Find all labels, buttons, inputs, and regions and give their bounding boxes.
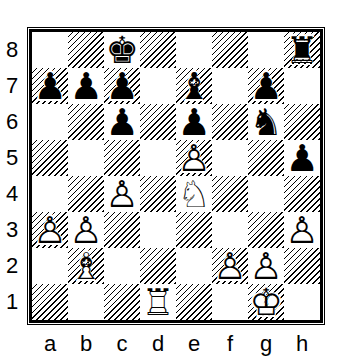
piece-black-pawn[interactable]: ♟ [248, 68, 284, 104]
rank-label-4: 4 [0, 176, 24, 212]
piece-black-bishop[interactable]: ♝ [176, 68, 212, 104]
square-g5[interactable] [248, 140, 284, 176]
square-c2[interactable] [104, 248, 140, 284]
piece-white-pawn[interactable]: ♙ [104, 176, 140, 212]
piece-white-pawn[interactable]: ♙ [212, 248, 248, 284]
square-b8[interactable] [68, 32, 104, 68]
piece-black-king[interactable]: ♚ [104, 32, 140, 68]
square-c3[interactable] [104, 212, 140, 248]
square-e2[interactable] [176, 248, 212, 284]
board-frame: ♚♚♚♜♜♜♟♟♟♟♟♟♟♟♟♝♝♝♟♟♟♟♟♟♟♟♟♞♞♞♟♟♙♟♟♟♟♟♙♞… [27, 27, 325, 325]
piece-black-pawn[interactable]: ♟ [284, 140, 320, 176]
rank-label-8: 8 [0, 32, 24, 68]
square-f6[interactable] [212, 104, 248, 140]
piece-black-pawn[interactable]: ♟ [104, 68, 140, 104]
file-label-g: g [248, 330, 284, 358]
square-g7[interactable]: ♟♟♟ [248, 68, 284, 104]
square-a8[interactable] [32, 32, 68, 68]
rank-label-6: 6 [0, 104, 24, 140]
square-d4[interactable] [140, 176, 176, 212]
piece-black-pawn[interactable]: ♟ [104, 104, 140, 140]
square-c4[interactable]: ♟♟♙ [104, 176, 140, 212]
square-a4[interactable] [32, 176, 68, 212]
square-c8[interactable]: ♚♚♚ [104, 32, 140, 68]
piece-white-pawn[interactable]: ♙ [176, 140, 212, 176]
square-d6[interactable] [140, 104, 176, 140]
square-b5[interactable] [68, 140, 104, 176]
square-g4[interactable] [248, 176, 284, 212]
piece-white-pawn[interactable]: ♙ [284, 212, 320, 248]
rank-label-5: 5 [0, 140, 24, 176]
square-e7[interactable]: ♝♝♝ [176, 68, 212, 104]
square-h5[interactable]: ♟♟♟ [284, 140, 320, 176]
square-e3[interactable] [176, 212, 212, 248]
square-d8[interactable] [140, 32, 176, 68]
square-f8[interactable] [212, 32, 248, 68]
square-f7[interactable] [212, 68, 248, 104]
piece-white-bishop[interactable]: ♗ [68, 248, 104, 284]
piece-black-pawn[interactable]: ♟ [68, 68, 104, 104]
file-labels: abcdefgh [32, 330, 320, 358]
chess-diagram: 87654321 ♚♚♚♜♜♜♟♟♟♟♟♟♟♟♟♝♝♝♟♟♟♟♟♟♟♟♟♞♞♞♟… [0, 0, 360, 360]
square-g1[interactable]: ♚♚♔ [248, 284, 284, 320]
rank-label-7: 7 [0, 68, 24, 104]
rank-labels: 87654321 [0, 32, 24, 320]
square-c6[interactable]: ♟♟♟ [104, 104, 140, 140]
square-e6[interactable]: ♟♟♟ [176, 104, 212, 140]
square-h7[interactable] [284, 68, 320, 104]
square-e5[interactable]: ♟♟♙ [176, 140, 212, 176]
square-h4[interactable] [284, 176, 320, 212]
file-label-a: a [32, 330, 68, 358]
square-c1[interactable] [104, 284, 140, 320]
square-g3[interactable] [248, 212, 284, 248]
square-f2[interactable]: ♟♟♙ [212, 248, 248, 284]
square-b7[interactable]: ♟♟♟ [68, 68, 104, 104]
file-label-b: b [68, 330, 104, 358]
file-label-e: e [176, 330, 212, 358]
piece-black-pawn[interactable]: ♟ [176, 104, 212, 140]
square-a7[interactable]: ♟♟♟ [32, 68, 68, 104]
piece-black-rook[interactable]: ♜ [284, 32, 320, 68]
piece-white-king[interactable]: ♔ [248, 284, 284, 320]
square-b2[interactable]: ♝♝♗ [68, 248, 104, 284]
file-label-c: c [104, 330, 140, 358]
piece-white-pawn[interactable]: ♙ [32, 212, 68, 248]
square-a6[interactable] [32, 104, 68, 140]
square-b6[interactable] [68, 104, 104, 140]
square-b3[interactable]: ♟♟♙ [68, 212, 104, 248]
board-frame-inner: ♚♚♚♜♜♜♟♟♟♟♟♟♟♟♟♝♝♝♟♟♟♟♟♟♟♟♟♞♞♞♟♟♙♟♟♟♟♟♙♞… [29, 29, 323, 323]
square-f5[interactable] [212, 140, 248, 176]
square-f3[interactable] [212, 212, 248, 248]
square-h2[interactable] [284, 248, 320, 284]
file-label-d: d [140, 330, 176, 358]
square-c5[interactable] [104, 140, 140, 176]
piece-white-rook[interactable]: ♖ [140, 284, 176, 320]
rank-label-2: 2 [0, 248, 24, 284]
square-h1[interactable] [284, 284, 320, 320]
square-b4[interactable] [68, 176, 104, 212]
square-g8[interactable] [248, 32, 284, 68]
square-h8[interactable]: ♜♜♜ [284, 32, 320, 68]
square-g6[interactable]: ♞♞♞ [248, 104, 284, 140]
piece-black-knight[interactable]: ♞ [248, 104, 284, 140]
square-h6[interactable] [284, 104, 320, 140]
square-a3[interactable]: ♟♟♙ [32, 212, 68, 248]
square-e1[interactable] [176, 284, 212, 320]
square-c7[interactable]: ♟♟♟ [104, 68, 140, 104]
square-d7[interactable] [140, 68, 176, 104]
piece-black-pawn[interactable]: ♟ [32, 68, 68, 104]
square-e4[interactable]: ♞♞♘ [176, 176, 212, 212]
square-d5[interactable] [140, 140, 176, 176]
chess-board: ♚♚♚♜♜♜♟♟♟♟♟♟♟♟♟♝♝♝♟♟♟♟♟♟♟♟♟♞♞♞♟♟♙♟♟♟♟♟♙♞… [32, 32, 320, 320]
square-d3[interactable] [140, 212, 176, 248]
piece-white-pawn[interactable]: ♙ [68, 212, 104, 248]
square-a5[interactable] [32, 140, 68, 176]
file-label-h: h [284, 330, 320, 358]
rank-label-3: 3 [0, 212, 24, 248]
square-g2[interactable]: ♟♟♙ [248, 248, 284, 284]
piece-white-knight[interactable]: ♘ [176, 176, 212, 212]
square-a2[interactable] [32, 248, 68, 284]
square-e8[interactable] [176, 32, 212, 68]
square-a1[interactable] [32, 284, 68, 320]
square-f1[interactable] [212, 284, 248, 320]
square-b1[interactable] [68, 284, 104, 320]
square-d2[interactable] [140, 248, 176, 284]
file-label-f: f [212, 330, 248, 358]
square-h3[interactable]: ♟♟♙ [284, 212, 320, 248]
square-d1[interactable]: ♜♜♖ [140, 284, 176, 320]
rank-label-1: 1 [0, 284, 24, 320]
piece-white-pawn[interactable]: ♙ [248, 248, 284, 284]
square-f4[interactable] [212, 176, 248, 212]
